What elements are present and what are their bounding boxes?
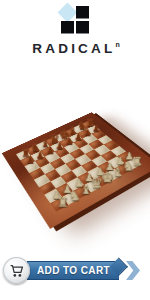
product-photo-chess-set[interactable]: ♜♞♝♛♚♝♞♜♟♟♟♟♟♟♟♟♟♟♟♟♟♟♟♟♜♞♝♛♚♝♞♜	[0, 95, 150, 223]
shopping-cart-icon	[9, 263, 25, 279]
black-pawn: ♟	[83, 128, 91, 137]
logo-mark	[61, 6, 89, 34]
black-pawn: ♟	[92, 124, 100, 133]
black-pawn: ♟	[74, 132, 82, 141]
black-pawn: ♟	[46, 146, 54, 155]
add-to-cart-label: ADD TO CART	[37, 265, 110, 276]
black-pawn: ♟	[36, 150, 44, 159]
brand-name: RADICAL	[32, 41, 115, 56]
brand-wordmark: RADICALn	[0, 41, 150, 56]
add-to-cart-ribbon: ADD TO CART	[27, 261, 119, 280]
black-pawn: ♟	[65, 137, 73, 146]
add-to-cart-button[interactable]: ADD TO CART	[0, 257, 150, 287]
white-knight: ♞	[68, 189, 80, 202]
black-pawn: ♟	[56, 141, 64, 150]
white-rook: ♜	[57, 196, 69, 209]
arrow-chevron-icon	[126, 261, 140, 280]
logo-square-icon	[76, 21, 89, 34]
cart-badge	[3, 257, 30, 284]
logo-square-icon	[76, 6, 89, 19]
ad-thumbnail: { "brand": { "name": "RADICAL", "supersc…	[0, 0, 150, 300]
brand-superscript: n	[115, 41, 119, 48]
white-bishop: ♝	[80, 183, 92, 196]
black-pawn: ♟	[26, 155, 34, 164]
chess-board: ♜♞♝♛♚♝♞♜♟♟♟♟♟♟♟♟♟♟♟♟♟♟♟♟♜♞♝♛♚♝♞♜	[2, 112, 150, 229]
brand-logo: RADICALn	[0, 6, 150, 56]
logo-diamond-icon	[61, 6, 74, 19]
white-knight: ♞	[122, 161, 133, 174]
logo-square-icon	[61, 21, 74, 34]
